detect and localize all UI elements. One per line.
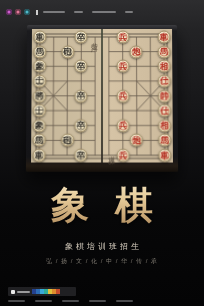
piece-red: 兵 bbox=[116, 30, 129, 43]
piece-red: 兵 bbox=[116, 149, 129, 162]
piece-red: 兵 bbox=[116, 60, 129, 73]
nav-item-placeholder[interactable] bbox=[74, 11, 83, 14]
piece-red: 相 bbox=[158, 119, 171, 132]
xiangqi-board: 楚河 漢界 車馬象士將士象馬車砲砲卒卒卒卒卒兵兵兵兵兵炮炮車馬相仕帥仕相馬車 bbox=[26, 25, 178, 172]
piece-black: 卒 bbox=[75, 60, 88, 73]
piece-red: 炮 bbox=[130, 45, 143, 58]
top-nav-bar bbox=[0, 0, 204, 24]
piece-red: 車 bbox=[158, 149, 171, 162]
piece-black: 砲 bbox=[61, 45, 74, 58]
piece-black: 卒 bbox=[75, 119, 88, 132]
footer-link-placeholder[interactable] bbox=[62, 300, 79, 302]
piece-red: 仕 bbox=[158, 74, 171, 87]
piece-black: 象 bbox=[33, 119, 46, 132]
board-surface: 楚河 漢界 車馬象士將士象馬車砲砲卒卒卒卒卒兵兵兵兵兵炮炮車馬相仕帥仕相馬車 bbox=[31, 29, 173, 163]
poster-tagline: 弘 / 扬 / 文 / 化 / 中 / 华 / 传 / 承 bbox=[0, 257, 204, 266]
footer-link-placeholder[interactable] bbox=[89, 300, 106, 302]
brand-name-placeholder bbox=[17, 291, 30, 293]
pieces-layer: 車馬象士將士象馬車砲砲卒卒卒卒卒兵兵兵兵兵炮炮車馬相仕帥仕相馬車 bbox=[39, 37, 165, 155]
nav-item-placeholder[interactable] bbox=[43, 11, 65, 14]
poster-subtitle: 象棋培训班招生 bbox=[0, 241, 204, 252]
piece-black: 卒 bbox=[75, 30, 88, 43]
piece-black: 車 bbox=[33, 30, 46, 43]
piece-black: 卒 bbox=[74, 149, 87, 162]
poster-title: 象棋 bbox=[0, 180, 204, 231]
footer-link-placeholder[interactable] bbox=[35, 300, 52, 302]
piece-red: 馬 bbox=[158, 134, 171, 147]
piece-black: 馬 bbox=[33, 45, 46, 58]
footer-badge bbox=[8, 287, 76, 296]
piece-black: 士 bbox=[33, 104, 46, 117]
piece-black: 象 bbox=[33, 60, 46, 73]
piece-black: 馬 bbox=[33, 134, 46, 147]
piece-red: 兵 bbox=[116, 119, 129, 132]
piece-red: 馬 bbox=[158, 45, 171, 58]
piece-red: 炮 bbox=[130, 134, 143, 147]
footer-link-placeholder[interactable] bbox=[8, 300, 25, 302]
color-palette-strip bbox=[32, 289, 60, 294]
piece-red: 車 bbox=[158, 30, 171, 43]
piece-black: 士 bbox=[33, 74, 46, 87]
piece-black: 車 bbox=[33, 149, 46, 162]
piece-black: 卒 bbox=[75, 89, 88, 102]
footer-links bbox=[8, 300, 133, 302]
piece-red: 相 bbox=[158, 60, 171, 73]
nav-item-placeholder[interactable] bbox=[92, 11, 116, 14]
nav-divider bbox=[36, 10, 38, 15]
dot-icon-magenta[interactable] bbox=[6, 9, 12, 15]
dot-icon-pink[interactable] bbox=[15, 9, 21, 15]
piece-red: 兵 bbox=[116, 89, 129, 102]
xiangqi-poster: 楚河 漢界 車馬象士將士象馬車砲砲卒卒卒卒卒兵兵兵兵兵炮炮車馬相仕帥仕相馬車 象… bbox=[0, 0, 204, 306]
dot-icon-cyan[interactable] bbox=[24, 9, 30, 15]
piece-red: 仕 bbox=[158, 104, 171, 117]
brand-logo-icon bbox=[11, 290, 15, 294]
piece-red: 帥 bbox=[158, 89, 171, 102]
footer-link-placeholder[interactable] bbox=[116, 300, 133, 302]
piece-black: 砲 bbox=[61, 134, 74, 147]
piece-black: 將 bbox=[33, 89, 46, 102]
palette-swatch bbox=[56, 289, 60, 294]
nav-item-placeholder[interactable] bbox=[125, 11, 133, 14]
